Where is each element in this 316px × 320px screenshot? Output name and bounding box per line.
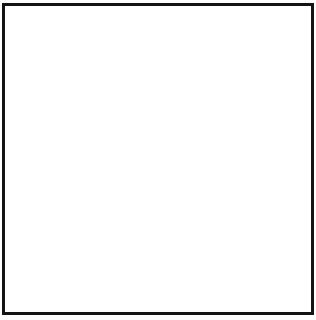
sudoku-board [2, 3, 314, 315]
